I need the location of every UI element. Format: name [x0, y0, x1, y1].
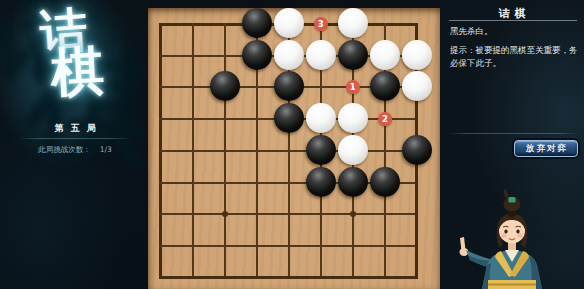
- panel-title: 诘棋: [440, 6, 584, 21]
- sidebar: 诘 棋 诘 棋 第五局 此局挑战次数： 1/3: [0, 0, 150, 289]
- star-point: [350, 211, 356, 217]
- white-stone: [274, 8, 304, 38]
- black-stone: [242, 40, 272, 70]
- black-stone: [210, 71, 240, 101]
- tsumego-screen: 诘 棋 诘 棋 第五局 此局挑战次数： 1/3 123 诘棋 黑先杀白。 提示：…: [0, 0, 584, 289]
- panel-title-divider: [449, 20, 577, 21]
- white-stone: [402, 40, 432, 70]
- move-marker-2: 2: [378, 112, 392, 126]
- black-stone: [338, 167, 368, 197]
- character-illustration: [446, 186, 558, 289]
- star-point: [222, 211, 228, 217]
- grid-line-horizontal: [159, 213, 418, 215]
- black-stone: [306, 135, 336, 165]
- black-stone: [402, 135, 432, 165]
- white-stone: [306, 103, 336, 133]
- black-stone: [274, 71, 304, 101]
- puzzle-hint-line2: 必保下此子。: [450, 57, 580, 70]
- panel-bottom-divider: [448, 133, 578, 134]
- white-stone: [274, 40, 304, 70]
- black-stone: [370, 71, 400, 101]
- sidebar-divider: [18, 138, 132, 139]
- give-up-button[interactable]: 放弃对弈: [514, 140, 578, 157]
- move-marker-3: 3: [314, 17, 328, 31]
- white-stone: [402, 71, 432, 101]
- white-stone: [338, 8, 368, 38]
- white-stone: [306, 40, 336, 70]
- attempts-value: 1/3: [100, 145, 112, 155]
- white-stone: [370, 40, 400, 70]
- grid-line-horizontal: [159, 150, 418, 152]
- black-stone: [306, 167, 336, 197]
- puzzle-panel: 诘棋 黑先杀白。 提示：被要提的黑棋至关重要，务 必保下此子。 放弃对弈: [440, 0, 584, 289]
- grid-line-horizontal: [159, 276, 418, 279]
- puzzle-objective: 黑先杀白。: [450, 26, 578, 38]
- round-label: 第五局: [0, 122, 150, 135]
- black-stone: [242, 8, 272, 38]
- black-stone: [370, 167, 400, 197]
- puzzle-hint: 提示：被要提的黑棋至关重要，务 必保下此子。: [450, 44, 580, 70]
- white-stone: [338, 103, 368, 133]
- move-marker-1: 1: [346, 80, 360, 94]
- grid-line-horizontal: [159, 245, 418, 247]
- attempts-label: 此局挑战次数：: [38, 145, 91, 155]
- white-stone: [338, 135, 368, 165]
- attempts-row: 此局挑战次数： 1/3: [0, 145, 150, 155]
- black-stone: [274, 103, 304, 133]
- go-board[interactable]: 123: [148, 8, 440, 289]
- puzzle-hint-line1: 提示：被要提的黑棋至关重要，务: [450, 44, 580, 57]
- black-stone: [338, 40, 368, 70]
- title-calligraphy-char2: 棋: [50, 44, 106, 100]
